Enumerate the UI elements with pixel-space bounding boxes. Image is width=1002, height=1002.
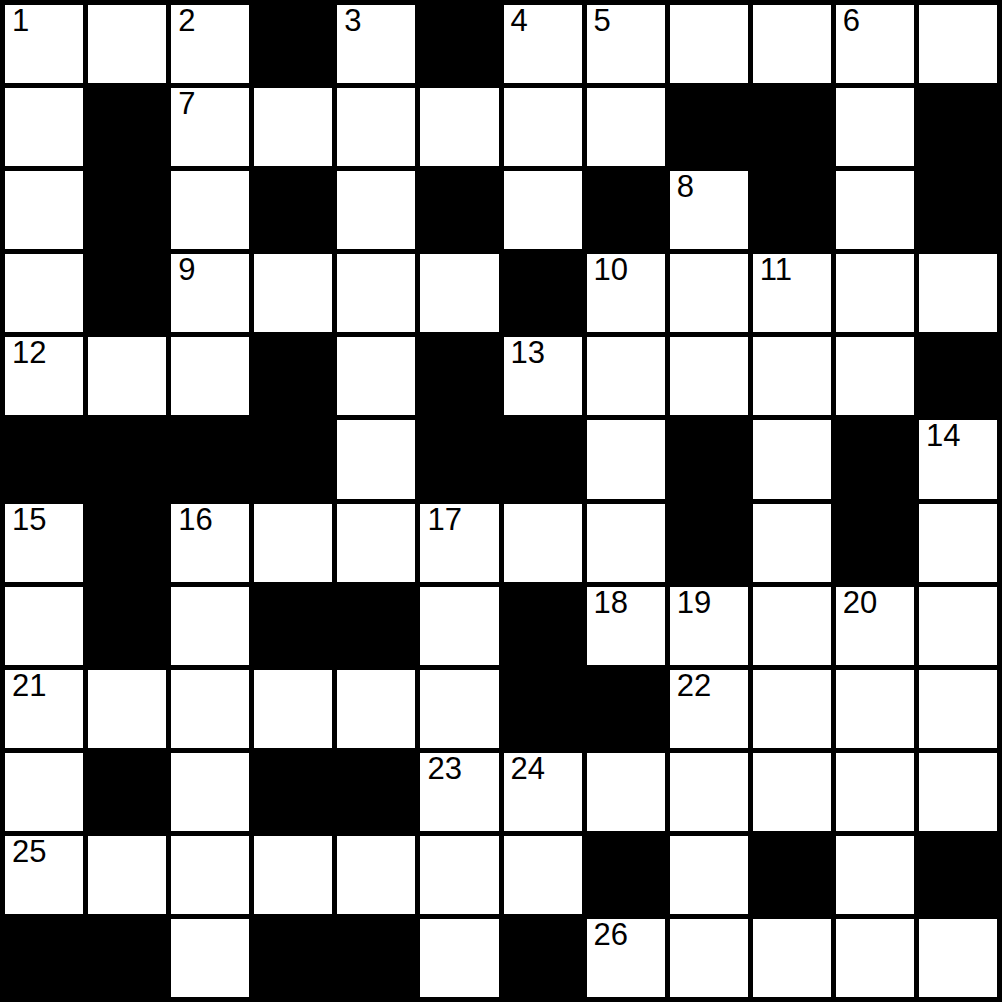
clue-number: 15 [12,504,46,537]
clue-number: 3 [344,5,361,38]
crossword-cell[interactable]: 5 [587,5,665,83]
crossword-cell[interactable] [836,254,914,332]
clue-number: 7 [178,88,195,121]
crossword-cell[interactable] [919,504,997,582]
crossword-cell[interactable] [919,5,997,83]
clue-number: 11 [760,254,792,287]
blocked-cell [254,919,332,997]
crossword-cell[interactable] [836,337,914,415]
blocked-cell [670,88,748,166]
crossword-cell[interactable]: 21 [5,670,83,748]
crossword-cell[interactable] [88,5,166,83]
blocked-cell [919,836,997,914]
crossword-cell[interactable] [171,919,249,997]
crossword-cell[interactable] [919,670,997,748]
clue-number: 6 [843,5,860,38]
crossword-cell[interactable] [919,587,997,665]
crossword-cell[interactable] [5,88,83,166]
clue-number: 21 [12,670,46,703]
crossword-cell[interactable] [753,587,831,665]
blocked-cell [5,919,83,997]
blocked-cell [420,337,498,415]
crossword-cell[interactable] [670,753,748,831]
blocked-cell [670,420,748,498]
crossword-cell[interactable] [670,254,748,332]
crossword-cell[interactable] [670,919,748,997]
crossword-cell[interactable]: 10 [587,254,665,332]
crossword-cell[interactable] [254,504,332,582]
crossword-cell[interactable] [420,836,498,914]
crossword-cell[interactable] [753,753,831,831]
crossword-cell[interactable] [337,337,415,415]
blocked-cell [504,670,582,748]
clue-number: 16 [178,504,212,537]
blocked-cell [337,753,415,831]
blocked-cell [836,504,914,582]
clue-number: 22 [677,670,711,703]
crossword-cell[interactable]: 7 [171,88,249,166]
clue-number: 17 [427,504,461,537]
crossword-cell[interactable] [504,836,582,914]
crossword-cell[interactable] [5,171,83,249]
crossword-cell[interactable]: 6 [836,5,914,83]
crossword-cell[interactable]: 19 [670,587,748,665]
crossword-cell[interactable] [171,587,249,665]
blocked-cell [254,587,332,665]
blocked-cell [254,171,332,249]
blocked-cell [504,587,582,665]
crossword-cell[interactable] [836,753,914,831]
crossword-cell[interactable]: 3 [337,5,415,83]
crossword-cell[interactable]: 16 [171,504,249,582]
blocked-cell [337,919,415,997]
blocked-cell [919,337,997,415]
clue-number: 12 [12,337,46,370]
crossword-cell[interactable] [587,337,665,415]
crossword-cell[interactable] [587,753,665,831]
crossword-cell[interactable] [753,670,831,748]
clue-number: 8 [677,171,694,204]
blocked-cell [88,254,166,332]
crossword-cell[interactable]: 15 [5,504,83,582]
clue-number: 24 [511,753,545,786]
crossword-cell[interactable]: 4 [504,5,582,83]
blocked-cell [504,919,582,997]
clue-number: 5 [594,5,611,38]
clue-number: 25 [12,836,46,869]
crossword-cell[interactable] [88,670,166,748]
clue-number: 18 [594,587,628,620]
crossword-cell[interactable]: 14 [919,420,997,498]
crossword-cell[interactable] [836,919,914,997]
clue-number: 10 [594,254,628,287]
crossword-cell[interactable] [836,171,914,249]
blocked-cell [753,88,831,166]
crossword-cell[interactable] [171,670,249,748]
blocked-cell [254,753,332,831]
blocked-cell [88,171,166,249]
blocked-cell [420,171,498,249]
crossword-cell[interactable] [171,171,249,249]
blocked-cell [670,504,748,582]
clue-number: 13 [511,337,545,370]
crossword-cell[interactable] [836,670,914,748]
crossword-cell[interactable] [753,420,831,498]
crossword-cell[interactable] [254,836,332,914]
clue-number: 19 [677,587,711,620]
crossword-cell[interactable] [337,670,415,748]
blocked-cell [88,420,166,498]
crossword-cell[interactable]: 9 [171,254,249,332]
crossword-cell[interactable] [254,670,332,748]
crossword-cell[interactable] [5,753,83,831]
blocked-cell [836,420,914,498]
blocked-cell [919,88,997,166]
crossword-cell[interactable] [420,254,498,332]
blocked-cell [420,5,498,83]
crossword-cell[interactable] [836,836,914,914]
crossword-cell[interactable]: 8 [670,171,748,249]
crossword-cell[interactable]: 2 [171,5,249,83]
crossword-cell[interactable]: 25 [5,836,83,914]
crossword-cell[interactable] [337,254,415,332]
crossword-cell[interactable]: 18 [587,587,665,665]
clue-number: 26 [594,919,628,952]
crossword-cell[interactable]: 24 [504,753,582,831]
crossword-cell[interactable]: 1 [5,5,83,83]
blocked-cell [5,420,83,498]
clue-number: 14 [926,420,960,453]
blocked-cell [504,420,582,498]
blocked-cell [337,587,415,665]
blocked-cell [88,88,166,166]
blocked-cell [88,587,166,665]
crossword-board: 1234567891011121314151617181920212223242… [0,0,1002,1002]
crossword-cell[interactable] [753,919,831,997]
crossword-cell[interactable]: 20 [836,587,914,665]
crossword-cell[interactable] [753,5,831,83]
clue-number: 20 [843,587,877,620]
crossword-cell[interactable] [504,88,582,166]
crossword-cell[interactable] [587,420,665,498]
crossword-cell[interactable] [420,919,498,997]
blocked-cell [88,753,166,831]
blocked-cell [587,836,665,914]
blocked-cell [504,254,582,332]
crossword-cell[interactable] [753,337,831,415]
clue-number: 2 [178,5,195,38]
blocked-cell [88,919,166,997]
blocked-cell [254,420,332,498]
crossword-cell[interactable]: 22 [670,670,748,748]
blocked-cell [587,171,665,249]
crossword-cell[interactable] [337,504,415,582]
crossword-cell[interactable]: 26 [587,919,665,997]
crossword-cell[interactable] [587,504,665,582]
crossword-cell[interactable] [836,88,914,166]
crossword-cell[interactable] [670,337,748,415]
clue-number: 9 [178,254,195,287]
clue-number: 23 [427,753,461,786]
blocked-cell [587,670,665,748]
crossword-cell[interactable] [5,254,83,332]
crossword-cell[interactable] [919,753,997,831]
crossword-cell[interactable] [337,171,415,249]
crossword-cell[interactable]: 17 [420,504,498,582]
crossword-cell[interactable] [337,420,415,498]
crossword-cell[interactable] [337,836,415,914]
crossword-cell[interactable] [919,254,997,332]
crossword-cell[interactable]: 23 [420,753,498,831]
crossword-cell[interactable] [504,171,582,249]
crossword-cell[interactable] [88,836,166,914]
crossword-cell[interactable] [670,836,748,914]
blocked-cell [88,504,166,582]
crossword-cell[interactable]: 13 [504,337,582,415]
crossword-cell[interactable] [171,836,249,914]
blocked-cell [919,171,997,249]
crossword-cell[interactable] [5,587,83,665]
crossword-cell[interactable] [88,337,166,415]
blocked-cell [420,420,498,498]
crossword-cell[interactable] [504,504,582,582]
blocked-cell [753,171,831,249]
crossword-cell[interactable]: 11 [753,254,831,332]
crossword-cell[interactable] [420,587,498,665]
crossword-cell[interactable] [670,5,748,83]
blocked-cell [753,836,831,914]
crossword-cell[interactable] [254,254,332,332]
blocked-cell [171,420,249,498]
crossword-cell[interactable] [171,337,249,415]
crossword-cell[interactable] [753,504,831,582]
blocked-cell [254,337,332,415]
crossword-cell[interactable] [337,88,415,166]
crossword-cell[interactable] [420,670,498,748]
crossword-cell[interactable] [171,753,249,831]
crossword-cell[interactable]: 12 [5,337,83,415]
crossword-cell[interactable] [919,919,997,997]
clue-number: 4 [511,5,528,38]
crossword-cell[interactable] [420,88,498,166]
crossword-cell[interactable] [587,88,665,166]
clue-number: 1 [12,5,29,38]
blocked-cell [254,5,332,83]
crossword-cell[interactable] [254,88,332,166]
